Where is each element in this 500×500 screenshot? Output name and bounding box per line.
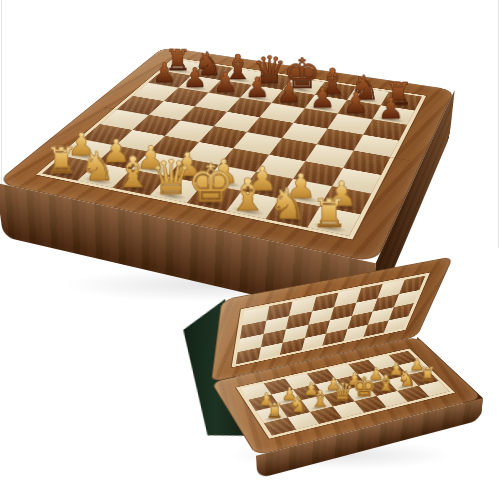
- piece-white-bishop-f1: ♝: [226, 175, 269, 216]
- open-chessboard-scene: ♜♞♝♛♚♝♞♜♟♟♟♟♟♟♟♟♟♟♟♟♟♟♟♟♜♞♝♛♚♝♞♜: [71, 0, 423, 308]
- piece-white-rook-h1: ♜: [307, 196, 351, 232]
- piece-dark-pawn-g7: ♟: [338, 91, 373, 117]
- square-h8: [399, 276, 426, 294]
- piece-white-queen-d1: ♛: [150, 156, 191, 200]
- piece-white-king-e1: ♚: [187, 160, 229, 208]
- piece-white-queen-d2: ♛: [330, 382, 354, 405]
- piece-dark-pawn-c7: ♟: [208, 71, 242, 96]
- piece-white-rook-a2: ♜: [262, 402, 287, 420]
- piece-white-knight-g1: ♞: [266, 185, 309, 224]
- piece-white-bishop-f2: ♝: [374, 374, 398, 394]
- square-h7: [393, 290, 419, 308]
- piece-white-rook-a1: ♜: [42, 145, 82, 178]
- piece-white-knight-b1: ♞: [77, 148, 117, 185]
- square-f5: [343, 324, 368, 341]
- piece-dark-pawn-f7: ♟: [305, 86, 340, 112]
- piece-white-knight-b2: ♞: [285, 395, 309, 415]
- piece-dark-pawn-a7: ♟: [148, 61, 181, 86]
- piece-dark-pawn-e7: ♟: [272, 81, 306, 107]
- square-h1: [418, 381, 449, 397]
- product-photo: ♜♞♝♛♚♝♞♜♟♟♟♟♟♟♟♟♟♟♟♟♟♟♟♟♜♞♝♛♚♝♞♜ ♟♟♟♟♟♟♟…: [0, 0, 500, 500]
- folded-chessboard: ♟♟♟♟♟♟♟♟♜♞♝♛♚♝♞♜: [211, 337, 483, 456]
- piece-dark-pawn-d7: ♟: [240, 76, 274, 101]
- folded-chessboard-scene: ♟♟♟♟♟♟♟♟♜♞♝♛♚♝♞♜: [227, 321, 463, 459]
- square-h6: [388, 303, 413, 320]
- open-chessboard: ♜♞♝♛♚♝♞♜♟♟♟♟♟♟♟♟♟♟♟♟♟♟♟♟♜♞♝♛♚♝♞♜: [0, 47, 455, 263]
- piece-white-rook-h2: ♜: [416, 366, 439, 383]
- piece-dark-pawn-h7: ♟: [372, 96, 408, 123]
- piece-white-bishop-c2: ♝: [308, 389, 332, 410]
- square-h6: [363, 119, 407, 140]
- piece-white-bishop-c1: ♝: [113, 153, 154, 192]
- piece-white-knight-g2: ♞: [395, 370, 418, 389]
- square-g5: [363, 320, 388, 337]
- piece-dark-pawn-b7: ♟: [178, 66, 211, 91]
- piece-white-king-e2: ♚: [352, 375, 376, 399]
- photo-border-right: [498, 0, 499, 248]
